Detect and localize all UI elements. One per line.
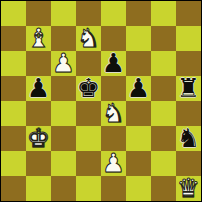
white-pawn-e2[interactable]: ♟ (101, 151, 126, 176)
white-knight-e4[interactable]: ♞ (101, 101, 126, 126)
square-g3[interactable] (151, 126, 176, 151)
white-pawn-c6[interactable]: ♟ (51, 51, 76, 76)
square-c5[interactable] (51, 76, 76, 101)
square-b2[interactable] (26, 151, 51, 176)
square-a3[interactable] (1, 126, 26, 151)
square-d2[interactable] (76, 151, 101, 176)
square-b3[interactable]: ♚ (26, 126, 51, 151)
square-d7[interactable]: ♞ (76, 26, 101, 51)
square-b1[interactable] (26, 176, 51, 201)
square-f3[interactable] (126, 126, 151, 151)
square-g1[interactable] (151, 176, 176, 201)
square-a2[interactable] (1, 151, 26, 176)
square-f1[interactable] (126, 176, 151, 201)
square-b5[interactable]: ♟ (26, 76, 51, 101)
square-c1[interactable] (51, 176, 76, 201)
black-pawn-f5[interactable]: ♟ (126, 76, 151, 101)
square-d1[interactable] (76, 176, 101, 201)
square-h8[interactable] (176, 1, 201, 26)
square-f8[interactable] (126, 1, 151, 26)
square-f5[interactable]: ♟ (126, 76, 151, 101)
square-e1[interactable] (101, 176, 126, 201)
square-f7[interactable] (126, 26, 151, 51)
square-g4[interactable] (151, 101, 176, 126)
square-h5[interactable]: ♜ (176, 76, 201, 101)
black-rook-h5[interactable]: ♜ (176, 76, 201, 101)
square-h1[interactable]: ♛ (176, 176, 201, 201)
square-h7[interactable] (176, 26, 201, 51)
square-e6[interactable]: ♟ (101, 51, 126, 76)
square-d4[interactable] (76, 101, 101, 126)
square-g5[interactable] (151, 76, 176, 101)
white-bishop-b7[interactable]: ♝ (26, 26, 51, 51)
square-f2[interactable] (126, 151, 151, 176)
white-queen-h1[interactable]: ♛ (176, 176, 201, 201)
square-a7[interactable] (1, 26, 26, 51)
black-pawn-e6[interactable]: ♟ (101, 51, 126, 76)
square-e4[interactable]: ♞ (101, 101, 126, 126)
square-g2[interactable] (151, 151, 176, 176)
square-a8[interactable] (1, 1, 26, 26)
square-f4[interactable] (126, 101, 151, 126)
square-a1[interactable] (1, 176, 26, 201)
square-a4[interactable] (1, 101, 26, 126)
square-c6[interactable]: ♟ (51, 51, 76, 76)
square-g8[interactable] (151, 1, 176, 26)
black-pawn-b5[interactable]: ♟ (26, 76, 51, 101)
square-a6[interactable] (1, 51, 26, 76)
square-d5[interactable]: ♚ (76, 76, 101, 101)
white-king-b3[interactable]: ♚ (26, 126, 51, 151)
black-knight-h3[interactable]: ♞ (176, 126, 201, 151)
square-c8[interactable] (51, 1, 76, 26)
white-knight-d7[interactable]: ♞ (76, 26, 101, 51)
square-e8[interactable] (101, 1, 126, 26)
square-d3[interactable] (76, 126, 101, 151)
square-c3[interactable] (51, 126, 76, 151)
square-b7[interactable]: ♝ (26, 26, 51, 51)
chess-board: ♝♞♟♟♟♚♟♜♞♚♞♟♛ (1, 1, 201, 201)
square-h3[interactable]: ♞ (176, 126, 201, 151)
square-c2[interactable] (51, 151, 76, 176)
square-g7[interactable] (151, 26, 176, 51)
black-king-d5[interactable]: ♚ (76, 76, 101, 101)
square-a5[interactable] (1, 76, 26, 101)
square-g6[interactable] (151, 51, 176, 76)
square-e2[interactable]: ♟ (101, 151, 126, 176)
square-c4[interactable] (51, 101, 76, 126)
